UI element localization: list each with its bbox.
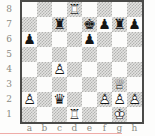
black-rook-piece: ♜ bbox=[112, 17, 127, 32]
square-f2[interactable]: ♟♙ bbox=[97, 92, 112, 107]
black-rook-piece: ♜ bbox=[52, 17, 67, 32]
square-d8[interactable]: ♜♖ bbox=[67, 2, 82, 17]
square-c7[interactable]: ♜ bbox=[52, 17, 67, 32]
square-a3[interactable] bbox=[22, 77, 37, 92]
rank-label-4: 4 bbox=[0, 62, 18, 77]
square-e8[interactable] bbox=[82, 2, 97, 17]
scan-artifact-line bbox=[0, 133, 122, 134]
square-c6[interactable] bbox=[52, 32, 67, 47]
rank-label-8: 8 bbox=[0, 2, 18, 17]
square-g7[interactable]: ♜ bbox=[112, 17, 127, 32]
square-f4[interactable] bbox=[97, 62, 112, 77]
square-a4[interactable] bbox=[22, 62, 37, 77]
square-e1[interactable] bbox=[82, 107, 97, 122]
square-a6[interactable]: ♟ bbox=[22, 32, 37, 47]
square-c3[interactable] bbox=[52, 77, 67, 92]
square-g4[interactable] bbox=[112, 62, 127, 77]
rank-label-7: 7 bbox=[0, 17, 18, 32]
square-h7[interactable]: ♟ bbox=[127, 17, 142, 32]
square-c8[interactable] bbox=[52, 2, 67, 17]
square-b2[interactable] bbox=[37, 92, 52, 107]
square-a2[interactable]: ♟♙ bbox=[22, 92, 37, 107]
rank-label-6: 6 bbox=[0, 32, 18, 47]
square-f3[interactable] bbox=[97, 77, 112, 92]
square-e7[interactable]: ♚ bbox=[82, 17, 97, 32]
square-e6[interactable]: ♟ bbox=[82, 32, 97, 47]
white-rook-piece: ♜♖ bbox=[67, 107, 82, 122]
black-king-piece: ♚ bbox=[82, 17, 97, 32]
square-b5[interactable] bbox=[37, 47, 52, 62]
square-f6[interactable] bbox=[97, 32, 112, 47]
chessboard: ♜♖♜♚♟♜♟♟♟♟♙♛♕♟♙♛♟♙♟♙♟♙♜♖♚♔ bbox=[20, 0, 144, 124]
square-d2[interactable] bbox=[67, 92, 82, 107]
black-queen-piece: ♛ bbox=[52, 92, 67, 107]
square-h2[interactable]: ♟♙ bbox=[127, 92, 142, 107]
square-e4[interactable] bbox=[82, 62, 97, 77]
square-h8[interactable] bbox=[127, 2, 142, 17]
square-d4[interactable] bbox=[67, 62, 82, 77]
square-b4[interactable] bbox=[37, 62, 52, 77]
square-d5[interactable] bbox=[67, 47, 82, 62]
square-f5[interactable] bbox=[97, 47, 112, 62]
square-g1[interactable]: ♚♔ bbox=[112, 107, 127, 122]
square-d1[interactable]: ♜♖ bbox=[67, 107, 82, 122]
black-pawn-piece: ♟ bbox=[127, 17, 142, 32]
white-pawn-piece: ♟♙ bbox=[52, 62, 67, 77]
square-b8[interactable] bbox=[37, 2, 52, 17]
square-d3[interactable] bbox=[67, 77, 82, 92]
square-c2[interactable]: ♛ bbox=[52, 92, 67, 107]
black-pawn-piece: ♟ bbox=[22, 32, 37, 47]
white-pawn-piece: ♟♙ bbox=[97, 92, 112, 107]
square-g5[interactable] bbox=[112, 47, 127, 62]
chess-diagram-page: 87654321 ♜♖♜♚♟♜♟♟♟♟♙♛♕♟♙♛♟♙♟♙♟♙♜♖♚♔ abcd… bbox=[0, 0, 155, 136]
square-f1[interactable] bbox=[97, 107, 112, 122]
square-a1[interactable] bbox=[22, 107, 37, 122]
white-pawn-piece: ♟♙ bbox=[112, 92, 127, 107]
rank-label-3: 3 bbox=[0, 77, 18, 92]
white-pawn-piece: ♟♙ bbox=[127, 92, 142, 107]
square-b7[interactable] bbox=[37, 17, 52, 32]
black-pawn-piece: ♟ bbox=[82, 32, 97, 47]
square-e3[interactable] bbox=[82, 77, 97, 92]
rank-label-1: 1 bbox=[0, 107, 18, 122]
white-rook-piece: ♜♖ bbox=[67, 2, 82, 17]
black-pawn-piece: ♟ bbox=[97, 17, 112, 32]
square-a8[interactable] bbox=[22, 2, 37, 17]
square-e5[interactable] bbox=[82, 47, 97, 62]
white-king-piece: ♚♔ bbox=[112, 107, 127, 122]
file-label-h: h bbox=[127, 122, 142, 134]
square-b6[interactable] bbox=[37, 32, 52, 47]
square-g3[interactable]: ♛♕ bbox=[112, 77, 127, 92]
square-g2[interactable]: ♟♙ bbox=[112, 92, 127, 107]
square-f7[interactable]: ♟ bbox=[97, 17, 112, 32]
square-h3[interactable] bbox=[127, 77, 142, 92]
white-queen-piece: ♛♕ bbox=[112, 77, 127, 92]
square-c5[interactable] bbox=[52, 47, 67, 62]
square-b1[interactable] bbox=[37, 107, 52, 122]
square-f8[interactable] bbox=[97, 2, 112, 17]
rank-label-2: 2 bbox=[0, 92, 18, 107]
square-g6[interactable] bbox=[112, 32, 127, 47]
square-b3[interactable] bbox=[37, 77, 52, 92]
square-d7[interactable] bbox=[67, 17, 82, 32]
square-d6[interactable] bbox=[67, 32, 82, 47]
square-a5[interactable] bbox=[22, 47, 37, 62]
rank-labels: 87654321 bbox=[0, 2, 18, 122]
rank-label-5: 5 bbox=[0, 47, 18, 62]
square-c1[interactable] bbox=[52, 107, 67, 122]
square-g8[interactable] bbox=[112, 2, 127, 17]
square-h6[interactable] bbox=[127, 32, 142, 47]
square-h4[interactable] bbox=[127, 62, 142, 77]
white-pawn-piece: ♟♙ bbox=[22, 92, 37, 107]
square-e2[interactable] bbox=[82, 92, 97, 107]
square-h1[interactable] bbox=[127, 107, 142, 122]
square-c4[interactable]: ♟♙ bbox=[52, 62, 67, 77]
square-h5[interactable] bbox=[127, 47, 142, 62]
square-a7[interactable] bbox=[22, 17, 37, 32]
